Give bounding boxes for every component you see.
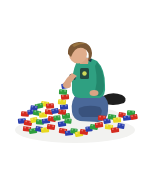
- jeans-fold: [78, 106, 101, 117]
- toy-block-green: [53, 115, 60, 121]
- toy-block-red: [46, 103, 54, 109]
- toy-block-red: [61, 94, 69, 100]
- toy-block-blue: [51, 108, 59, 114]
- scene-illustration: [0, 0, 148, 181]
- photo-child-playing-blocks: [0, 0, 148, 181]
- toy-block-yellow: [58, 99, 66, 105]
- toy-block-green: [59, 89, 67, 95]
- hand-on-block: [63, 82, 71, 88]
- shirt-graphic-dot: [82, 71, 86, 75]
- toy-block-blue: [60, 104, 68, 110]
- left-hand: [90, 90, 99, 96]
- toy-block-red: [58, 109, 66, 115]
- toy-block-green: [64, 118, 71, 124]
- boy-figure: [63, 42, 126, 122]
- toy-block-yellow: [113, 117, 121, 123]
- toy-block-blue: [123, 115, 132, 121]
